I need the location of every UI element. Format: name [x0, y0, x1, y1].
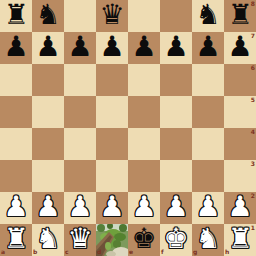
square-c6[interactable] — [64, 64, 96, 96]
black-pawn-icon: ♟ — [227, 32, 252, 63]
square-b7[interactable]: ♟ — [32, 32, 64, 64]
white-rook-icon: ♜ — [3, 224, 28, 255]
black-pawn-icon: ♟ — [67, 32, 92, 63]
square-d5[interactable] — [96, 96, 128, 128]
white-pawn-icon: ♟ — [195, 192, 220, 223]
black-knight-icon: ♞ — [195, 0, 220, 31]
square-f5[interactable] — [160, 96, 192, 128]
white-pawn-icon: ♟ — [35, 192, 60, 223]
black-pawn-icon: ♟ — [35, 32, 60, 63]
square-g7[interactable]: ♟ — [192, 32, 224, 64]
square-c2[interactable]: ♟ — [64, 192, 96, 224]
white-pawn-icon: ♟ — [67, 192, 92, 223]
square-h3[interactable]: 3 — [224, 160, 256, 192]
square-g4[interactable] — [192, 128, 224, 160]
black-pawn-icon: ♟ — [195, 32, 220, 63]
square-h4[interactable]: 4 — [224, 128, 256, 160]
square-g5[interactable] — [192, 96, 224, 128]
black-pawn-icon: ♟ — [163, 32, 188, 63]
square-h2[interactable]: ♟2 — [224, 192, 256, 224]
square-c8[interactable] — [64, 0, 96, 32]
square-c7[interactable]: ♟ — [64, 32, 96, 64]
square-a5[interactable] — [0, 96, 32, 128]
square-h1[interactable]: ♜1h — [224, 224, 256, 256]
square-a2[interactable]: ♟ — [0, 192, 32, 224]
chess-board: ♜♞♛♞♜8♟♟♟♟♟♟♟♟76543♟♟♟♟♟♟♟♟2♜a♞b♛c d♚e♚f… — [0, 0, 256, 256]
square-f3[interactable] — [160, 160, 192, 192]
rank-label-4: 4 — [251, 129, 255, 135]
square-b4[interactable] — [32, 128, 64, 160]
square-h6[interactable]: 6 — [224, 64, 256, 96]
white-pawn-icon: ♟ — [99, 192, 124, 223]
foliage-photo-image — [96, 224, 128, 256]
square-c5[interactable] — [64, 96, 96, 128]
square-a4[interactable] — [0, 128, 32, 160]
white-pawn-icon: ♟ — [227, 192, 252, 223]
square-c1[interactable]: ♛c — [64, 224, 96, 256]
white-knight-icon: ♞ — [35, 224, 60, 255]
square-a3[interactable] — [0, 160, 32, 192]
black-rook-icon: ♜ — [3, 0, 28, 31]
square-g6[interactable] — [192, 64, 224, 96]
square-a7[interactable]: ♟ — [0, 32, 32, 64]
rank-label-6: 6 — [251, 65, 255, 71]
square-e4[interactable] — [128, 128, 160, 160]
white-pawn-icon: ♟ — [163, 192, 188, 223]
square-f2[interactable]: ♟ — [160, 192, 192, 224]
square-b1[interactable]: ♞b — [32, 224, 64, 256]
black-knight-icon: ♞ — [35, 0, 60, 31]
square-e3[interactable] — [128, 160, 160, 192]
square-b5[interactable] — [32, 96, 64, 128]
square-d1[interactable]: d — [96, 224, 128, 256]
square-c3[interactable] — [64, 160, 96, 192]
square-d7[interactable]: ♟ — [96, 32, 128, 64]
square-d6[interactable] — [96, 64, 128, 96]
square-b2[interactable]: ♟ — [32, 192, 64, 224]
square-d8[interactable]: ♛ — [96, 0, 128, 32]
square-a6[interactable] — [0, 64, 32, 96]
black-king-icon: ♚ — [131, 224, 156, 255]
square-a8[interactable]: ♜ — [0, 0, 32, 32]
square-b3[interactable] — [32, 160, 64, 192]
rank-label-5: 5 — [251, 97, 255, 103]
square-f6[interactable] — [160, 64, 192, 96]
white-rook-icon: ♜ — [227, 224, 252, 255]
square-g1[interactable]: ♞g — [192, 224, 224, 256]
square-e1[interactable]: ♚e — [128, 224, 160, 256]
square-f1[interactable]: ♚f — [160, 224, 192, 256]
square-d4[interactable] — [96, 128, 128, 160]
square-e5[interactable] — [128, 96, 160, 128]
square-h8[interactable]: ♜8 — [224, 0, 256, 32]
white-king-icon: ♚ — [163, 224, 188, 255]
white-pawn-icon: ♟ — [3, 192, 28, 223]
black-pawn-icon: ♟ — [99, 32, 124, 63]
black-pawn-icon: ♟ — [131, 32, 156, 63]
square-f8[interactable] — [160, 0, 192, 32]
square-d2[interactable]: ♟ — [96, 192, 128, 224]
square-a1[interactable]: ♜a — [0, 224, 32, 256]
square-h7[interactable]: ♟7 — [224, 32, 256, 64]
square-b8[interactable]: ♞ — [32, 0, 64, 32]
square-e6[interactable] — [128, 64, 160, 96]
white-pawn-icon: ♟ — [131, 192, 156, 223]
foliage-photo — [96, 224, 128, 256]
square-c4[interactable] — [64, 128, 96, 160]
black-pawn-icon: ♟ — [3, 32, 28, 63]
square-e8[interactable] — [128, 0, 160, 32]
rank-label-3: 3 — [251, 161, 255, 167]
square-e2[interactable]: ♟ — [128, 192, 160, 224]
white-knight-icon: ♞ — [195, 224, 220, 255]
square-g3[interactable] — [192, 160, 224, 192]
square-g2[interactable]: ♟ — [192, 192, 224, 224]
square-f4[interactable] — [160, 128, 192, 160]
square-b6[interactable] — [32, 64, 64, 96]
square-g8[interactable]: ♞ — [192, 0, 224, 32]
black-rook-icon: ♜ — [227, 0, 252, 31]
square-h5[interactable]: 5 — [224, 96, 256, 128]
black-queen-icon: ♛ — [99, 0, 124, 31]
white-queen-icon: ♛ — [67, 224, 92, 255]
square-e7[interactable]: ♟ — [128, 32, 160, 64]
square-d3[interactable] — [96, 160, 128, 192]
square-f7[interactable]: ♟ — [160, 32, 192, 64]
